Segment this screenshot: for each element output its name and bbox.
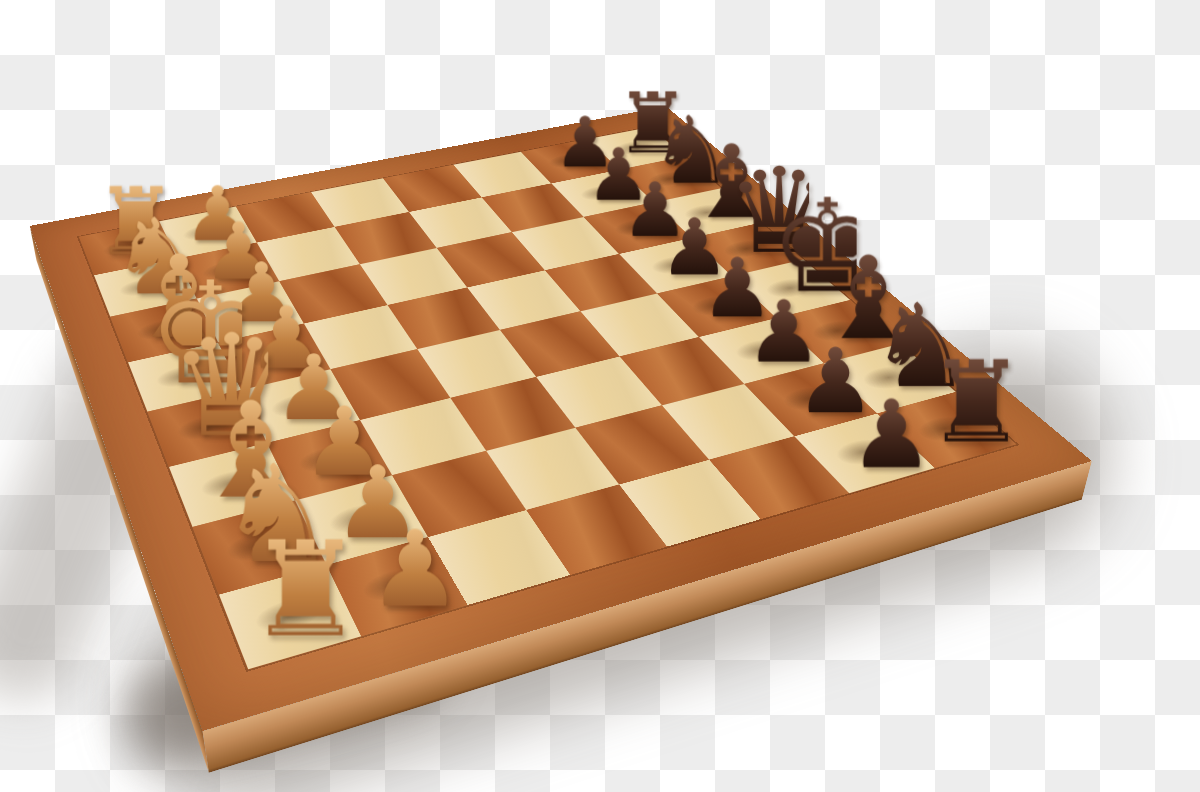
white-pawn: ♟ (357, 520, 471, 620)
perspective-wrapper: ♜♟♟♜♞♟♟♞♝♟♟♝♚♟♟♛♛♟♟♚♝♟♟♝♞♟♟♞♜♟♟♜ (0, 0, 1200, 792)
chess-photo-scene: ♜♟♟♜♞♟♟♞♝♟♟♝♚♟♟♛♛♟♟♚♝♟♟♝♞♟♟♞♜♟♟♜ (0, 0, 1200, 792)
black-pawn: ♟ (841, 391, 943, 480)
chess-board: ♜♟♟♜♞♟♟♞♝♟♟♝♚♟♟♛♛♟♟♚♝♟♟♝♞♟♟♞♜♟♟♜ (30, 106, 1092, 731)
square-f6 (619, 337, 744, 406)
white-rook: ♜ (246, 527, 363, 652)
board-squares-grid: ♜♟♟♜♞♟♟♞♝♟♟♝♚♟♟♛♛♟♟♚♝♟♟♝♞♟♟♞♜♟♟♜ (79, 127, 1016, 669)
